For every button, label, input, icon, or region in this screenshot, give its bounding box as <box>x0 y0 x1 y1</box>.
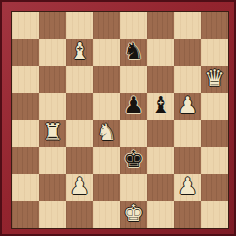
square-b7[interactable] <box>39 39 66 66</box>
piece-black-knight-e7: ♞ <box>123 40 144 63</box>
square-a6[interactable] <box>12 66 39 93</box>
square-h1[interactable] <box>201 201 228 228</box>
piece-white-queen-h6: ♛ <box>204 67 225 90</box>
square-a4[interactable] <box>12 120 39 147</box>
piece-white-pawn-g5: ♟ <box>177 94 198 117</box>
square-h7[interactable] <box>201 39 228 66</box>
square-c6[interactable] <box>66 66 93 93</box>
square-g1[interactable] <box>174 201 201 228</box>
square-g4[interactable] <box>174 120 201 147</box>
square-d6[interactable] <box>93 66 120 93</box>
square-e8[interactable] <box>120 12 147 39</box>
square-c5[interactable] <box>66 93 93 120</box>
square-g5[interactable]: ♟ <box>174 93 201 120</box>
square-f6[interactable] <box>147 66 174 93</box>
piece-white-pawn-c2: ♟ <box>69 175 90 198</box>
square-b2[interactable] <box>39 174 66 201</box>
piece-white-knight-d4: ♞ <box>96 121 117 144</box>
square-e1[interactable]: ♚ <box>120 201 147 228</box>
square-d3[interactable] <box>93 147 120 174</box>
square-g7[interactable] <box>174 39 201 66</box>
square-b8[interactable] <box>39 12 66 39</box>
square-d1[interactable] <box>93 201 120 228</box>
square-e7[interactable]: ♞ <box>120 39 147 66</box>
square-e4[interactable] <box>120 120 147 147</box>
piece-black-pawn-e5: ♟ <box>123 94 144 117</box>
square-h6[interactable]: ♛ <box>201 66 228 93</box>
square-c8[interactable] <box>66 12 93 39</box>
square-g3[interactable] <box>174 147 201 174</box>
square-d8[interactable] <box>93 12 120 39</box>
square-c3[interactable] <box>66 147 93 174</box>
piece-white-king-e1: ♚ <box>123 202 144 225</box>
square-c7[interactable]: ♝ <box>66 39 93 66</box>
square-c2[interactable]: ♟ <box>66 174 93 201</box>
square-h5[interactable] <box>201 93 228 120</box>
piece-white-pawn-g2: ♟ <box>177 175 198 198</box>
square-f2[interactable] <box>147 174 174 201</box>
square-b5[interactable] <box>39 93 66 120</box>
square-b4[interactable]: ♜ <box>39 120 66 147</box>
piece-black-bishop-f5: ♝ <box>150 94 171 117</box>
board-frame: ♝♞♛♟♝♟♜♞♚♟♟♚ <box>0 0 236 236</box>
square-h8[interactable] <box>201 12 228 39</box>
square-f5[interactable]: ♝ <box>147 93 174 120</box>
square-d7[interactable] <box>93 39 120 66</box>
square-a5[interactable] <box>12 93 39 120</box>
square-f1[interactable] <box>147 201 174 228</box>
square-f3[interactable] <box>147 147 174 174</box>
square-g6[interactable] <box>174 66 201 93</box>
square-a1[interactable] <box>12 201 39 228</box>
square-a3[interactable] <box>12 147 39 174</box>
square-f8[interactable] <box>147 12 174 39</box>
square-a7[interactable] <box>12 39 39 66</box>
square-a2[interactable] <box>12 174 39 201</box>
square-c4[interactable] <box>66 120 93 147</box>
square-e6[interactable] <box>120 66 147 93</box>
square-g2[interactable]: ♟ <box>174 174 201 201</box>
square-b1[interactable] <box>39 201 66 228</box>
square-d4[interactable]: ♞ <box>93 120 120 147</box>
square-d5[interactable] <box>93 93 120 120</box>
square-h4[interactable] <box>201 120 228 147</box>
square-h2[interactable] <box>201 174 228 201</box>
square-b3[interactable] <box>39 147 66 174</box>
square-c1[interactable] <box>66 201 93 228</box>
square-a8[interactable] <box>12 12 39 39</box>
square-e5[interactable]: ♟ <box>120 93 147 120</box>
square-d2[interactable] <box>93 174 120 201</box>
square-f4[interactable] <box>147 120 174 147</box>
square-e3[interactable]: ♚ <box>120 147 147 174</box>
square-b6[interactable] <box>39 66 66 93</box>
piece-white-bishop-c7: ♝ <box>69 40 90 63</box>
piece-white-rook-b4: ♜ <box>42 121 63 144</box>
square-g8[interactable] <box>174 12 201 39</box>
chess-board: ♝♞♛♟♝♟♜♞♚♟♟♚ <box>12 12 228 228</box>
piece-black-king-e3: ♚ <box>123 148 144 171</box>
square-e2[interactable] <box>120 174 147 201</box>
square-h3[interactable] <box>201 147 228 174</box>
square-f7[interactable] <box>147 39 174 66</box>
